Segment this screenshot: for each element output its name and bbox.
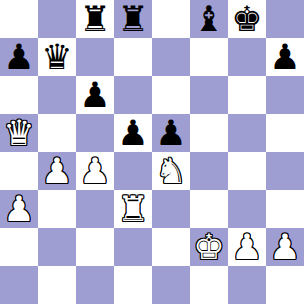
- black-king-g8[interactable]: ♚: [231, 0, 262, 38]
- square-a2[interactable]: [0, 228, 38, 266]
- black-rook-d8[interactable]: ♜: [117, 0, 148, 38]
- square-e4[interactable]: ♞: [152, 152, 190, 190]
- square-c2[interactable]: [76, 228, 114, 266]
- square-b3[interactable]: [38, 190, 76, 228]
- black-pawn-a7[interactable]: ♟: [3, 38, 34, 76]
- square-g4[interactable]: [228, 152, 266, 190]
- square-a5[interactable]: ♛: [0, 114, 38, 152]
- square-f1[interactable]: [190, 266, 228, 304]
- square-h3[interactable]: [266, 190, 304, 228]
- white-knight-e4[interactable]: ♞: [155, 152, 186, 190]
- square-d6[interactable]: [114, 76, 152, 114]
- square-e3[interactable]: [152, 190, 190, 228]
- square-f6[interactable]: [190, 76, 228, 114]
- black-queen-b7[interactable]: ♛: [41, 38, 72, 76]
- square-h6[interactable]: [266, 76, 304, 114]
- white-rook-d3[interactable]: ♜: [117, 190, 148, 228]
- square-a4[interactable]: [0, 152, 38, 190]
- square-c4[interactable]: ♟: [76, 152, 114, 190]
- square-h4[interactable]: [266, 152, 304, 190]
- black-bishop-f8[interactable]: ♝: [193, 0, 224, 38]
- square-b8[interactable]: [38, 0, 76, 38]
- square-f7[interactable]: [190, 38, 228, 76]
- black-pawn-e5[interactable]: ♟: [155, 114, 186, 152]
- white-queen-a5[interactable]: ♛: [3, 114, 34, 152]
- black-rook-c8[interactable]: ♜: [79, 0, 110, 38]
- white-pawn-c4[interactable]: ♟: [79, 152, 110, 190]
- square-a8[interactable]: [0, 0, 38, 38]
- square-a7[interactable]: ♟: [0, 38, 38, 76]
- white-pawn-b4[interactable]: ♟: [41, 152, 72, 190]
- square-d1[interactable]: [114, 266, 152, 304]
- square-d2[interactable]: [114, 228, 152, 266]
- square-g3[interactable]: [228, 190, 266, 228]
- square-g5[interactable]: [228, 114, 266, 152]
- white-pawn-h2[interactable]: ♟: [269, 228, 300, 266]
- square-f4[interactable]: [190, 152, 228, 190]
- square-h1[interactable]: [266, 266, 304, 304]
- square-d8[interactable]: ♜: [114, 0, 152, 38]
- square-b7[interactable]: ♛: [38, 38, 76, 76]
- white-pawn-g2[interactable]: ♟: [231, 228, 262, 266]
- square-h5[interactable]: [266, 114, 304, 152]
- square-c1[interactable]: [76, 266, 114, 304]
- square-d5[interactable]: ♟: [114, 114, 152, 152]
- square-g2[interactable]: ♟: [228, 228, 266, 266]
- square-a1[interactable]: [0, 266, 38, 304]
- square-d3[interactable]: ♜: [114, 190, 152, 228]
- white-king-f2[interactable]: ♚: [193, 228, 224, 266]
- black-pawn-c6[interactable]: ♟: [79, 76, 110, 114]
- square-e2[interactable]: [152, 228, 190, 266]
- square-c7[interactable]: [76, 38, 114, 76]
- square-e7[interactable]: [152, 38, 190, 76]
- square-d4[interactable]: [114, 152, 152, 190]
- square-b5[interactable]: [38, 114, 76, 152]
- square-d7[interactable]: [114, 38, 152, 76]
- square-h8[interactable]: [266, 0, 304, 38]
- square-e8[interactable]: [152, 0, 190, 38]
- square-c3[interactable]: [76, 190, 114, 228]
- square-f8[interactable]: ♝: [190, 0, 228, 38]
- black-pawn-d5[interactable]: ♟: [117, 114, 148, 152]
- white-pawn-a3[interactable]: ♟: [3, 190, 34, 228]
- square-g8[interactable]: ♚: [228, 0, 266, 38]
- square-a3[interactable]: ♟: [0, 190, 38, 228]
- square-b2[interactable]: [38, 228, 76, 266]
- square-b1[interactable]: [38, 266, 76, 304]
- chess-board: ♜♜♝♚♟♛♟♟♛♟♟♟♟♞♟♜♚♟♟: [0, 0, 304, 304]
- square-c8[interactable]: ♜: [76, 0, 114, 38]
- square-e5[interactable]: ♟: [152, 114, 190, 152]
- square-b6[interactable]: [38, 76, 76, 114]
- square-g6[interactable]: [228, 76, 266, 114]
- square-e1[interactable]: [152, 266, 190, 304]
- square-c6[interactable]: ♟: [76, 76, 114, 114]
- square-b4[interactable]: ♟: [38, 152, 76, 190]
- square-f2[interactable]: ♚: [190, 228, 228, 266]
- black-pawn-h7[interactable]: ♟: [269, 38, 300, 76]
- square-g1[interactable]: [228, 266, 266, 304]
- square-c5[interactable]: [76, 114, 114, 152]
- square-g7[interactable]: [228, 38, 266, 76]
- square-a6[interactable]: [0, 76, 38, 114]
- square-f3[interactable]: [190, 190, 228, 228]
- square-h7[interactable]: ♟: [266, 38, 304, 76]
- square-h2[interactable]: ♟: [266, 228, 304, 266]
- square-e6[interactable]: [152, 76, 190, 114]
- square-f5[interactable]: [190, 114, 228, 152]
